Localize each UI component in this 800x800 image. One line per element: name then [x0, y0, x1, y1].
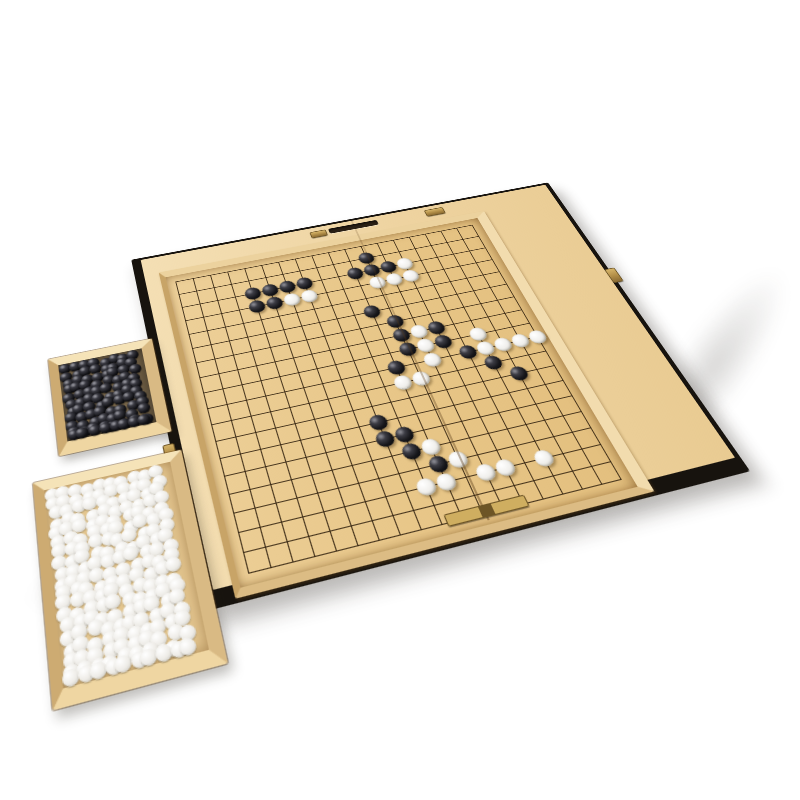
black-stone[interactable]: [295, 276, 315, 290]
go-case: [131, 182, 750, 611]
white-stone[interactable]: [531, 448, 556, 468]
black-stone[interactable]: [385, 359, 407, 376]
black-stone[interactable]: [261, 283, 280, 297]
white-stone[interactable]: [395, 257, 415, 271]
black-stone[interactable]: [482, 354, 505, 371]
black-stone[interactable]: [278, 280, 297, 294]
brass-clasp-icon: [423, 207, 445, 217]
black-stone[interactable]: [362, 304, 383, 319]
black-stone[interactable]: [393, 425, 416, 444]
white-stone[interactable]: [526, 329, 549, 345]
white-stone[interactable]: [434, 472, 459, 493]
white-stone[interactable]: [392, 374, 414, 391]
white-stone[interactable]: [415, 337, 437, 353]
board-recess: [159, 211, 655, 599]
black-stone[interactable]: [426, 454, 450, 474]
black-stone[interactable]: [426, 320, 448, 336]
white-stone[interactable]: [282, 292, 302, 307]
white-stone[interactable]: [493, 458, 518, 478]
white-stone[interactable]: [408, 324, 429, 340]
black-stone[interactable]: [345, 267, 365, 281]
black-stone[interactable]: [432, 334, 454, 350]
white-stone[interactable]: [419, 437, 443, 456]
black-stone[interactable]: [243, 286, 262, 301]
black-stone[interactable]: [507, 365, 530, 382]
case-interior-wood: [141, 185, 735, 590]
black-stone[interactable]: [247, 299, 267, 314]
black-stone[interactable]: [265, 296, 285, 311]
black-stones-tray[interactable]: [48, 339, 171, 457]
black-stone[interactable]: [367, 413, 390, 432]
white-stone[interactable]: [414, 477, 439, 498]
white-stone[interactable]: [300, 289, 320, 304]
black-stone[interactable]: [400, 442, 424, 461]
white-stone[interactable]: [384, 272, 404, 286]
black-stone[interactable]: [373, 430, 396, 449]
product-photo-go-set: [0, 0, 800, 800]
go-grid[interactable]: [175, 225, 622, 574]
white-stone[interactable]: [467, 326, 489, 342]
black-stone[interactable]: [379, 260, 399, 274]
brass-latch-icon: [309, 229, 328, 238]
white-stone[interactable]: [421, 352, 443, 368]
white-stone[interactable]: [401, 269, 421, 283]
go-board-surface: [166, 218, 638, 588]
